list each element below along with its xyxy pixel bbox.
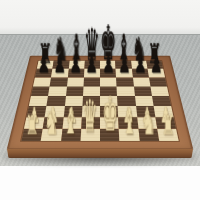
square-d1[interactable]: ♛: [80, 129, 100, 141]
square-f5[interactable]: [117, 86, 135, 96]
square-g7[interactable]: ♟: [132, 69, 149, 78]
square-f1[interactable]: ♝: [119, 129, 139, 141]
black-pawn[interactable]: ♟: [134, 53, 146, 76]
black-pawn[interactable]: ♟: [102, 53, 114, 76]
white-king[interactable]: ♚: [102, 91, 118, 138]
square-a7[interactable]: ♟: [35, 69, 53, 78]
square-c6[interactable]: [67, 77, 84, 86]
black-pawn[interactable]: ♟: [70, 53, 82, 76]
black-pawn[interactable]: ♟: [37, 53, 49, 76]
square-c1[interactable]: ♝: [61, 129, 81, 141]
white-knight[interactable]: ♞: [44, 107, 58, 139]
square-c5[interactable]: [66, 86, 84, 96]
black-pawn[interactable]: ♟: [53, 53, 65, 76]
white-queen[interactable]: ♛: [82, 95, 98, 139]
square-a1[interactable]: ♜: [21, 129, 43, 141]
square-b6[interactable]: [50, 77, 68, 86]
square-a5[interactable]: [31, 86, 50, 96]
white-knight[interactable]: ♞: [142, 107, 156, 139]
white-bishop[interactable]: ♝: [64, 104, 78, 139]
square-h7[interactable]: ♟: [147, 69, 165, 78]
black-pawn[interactable]: ♟: [86, 53, 98, 76]
square-d6[interactable]: [83, 77, 100, 86]
square-g6[interactable]: [133, 77, 151, 86]
photo-viewport: ♜♞♝♛♚♝♞♜♟♟♟♟♟♟♟♟♟♟♟♟♟♟♟♟♜♞♝♛♚♝♞♜: [0, 0, 200, 200]
square-f6[interactable]: [116, 77, 133, 86]
scene-3d: ♜♞♝♛♚♝♞♜♟♟♟♟♟♟♟♟♟♟♟♟♟♟♟♟♜♞♝♛♚♝♞♜: [0, 0, 200, 200]
square-e6[interactable]: [100, 77, 117, 86]
square-h5[interactable]: [150, 86, 169, 96]
black-pawn[interactable]: ♟: [150, 53, 162, 76]
square-d7[interactable]: ♟: [84, 69, 100, 78]
square-g1[interactable]: ♞: [138, 129, 159, 141]
white-rook[interactable]: ♜: [162, 112, 176, 139]
square-b5[interactable]: [48, 86, 66, 96]
black-pawn[interactable]: ♟: [118, 53, 130, 76]
board-grid: ♜♞♝♛♚♝♞♜♟♟♟♟♟♟♟♟♟♟♟♟♟♟♟♟♜♞♝♛♚♝♞♜: [21, 61, 178, 141]
white-bishop[interactable]: ♝: [123, 104, 137, 139]
chess-board: ♜♞♝♛♚♝♞♜♟♟♟♟♟♟♟♟♟♟♟♟♟♟♟♟♜♞♝♛♚♝♞♜: [7, 56, 194, 150]
square-b7[interactable]: ♟: [51, 69, 68, 78]
square-h6[interactable]: [149, 77, 167, 86]
square-h1[interactable]: ♜: [157, 129, 179, 141]
square-a6[interactable]: [33, 77, 51, 86]
square-b1[interactable]: ♞: [41, 129, 62, 141]
square-e7[interactable]: ♟: [100, 69, 116, 78]
square-g5[interactable]: [133, 86, 151, 96]
square-e1[interactable]: ♚: [100, 129, 120, 141]
white-rook[interactable]: ♜: [25, 112, 39, 139]
square-f7[interactable]: ♟: [116, 69, 133, 78]
square-c7[interactable]: ♟: [67, 69, 84, 78]
board-front-edge: [7, 149, 193, 158]
